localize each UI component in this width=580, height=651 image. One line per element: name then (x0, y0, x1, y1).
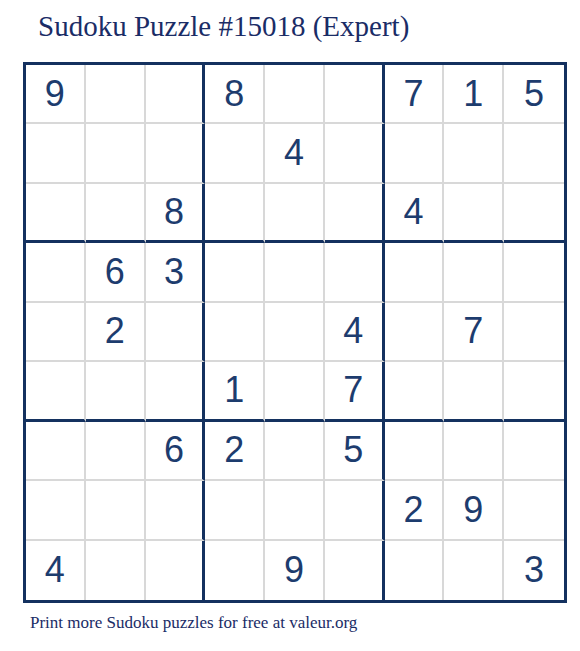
cell-r4c4 (205, 243, 265, 302)
cell-r5c9 (504, 303, 564, 362)
cell-r5c3 (146, 303, 206, 362)
cell-r9c2 (86, 541, 146, 600)
cell-r4c3: 3 (146, 243, 206, 302)
cell-r2c5: 4 (265, 124, 325, 183)
cell-r2c6 (325, 124, 385, 183)
cell-r5c5 (265, 303, 325, 362)
cell-r9c7 (385, 541, 445, 600)
cell-r2c3 (146, 124, 206, 183)
sudoku-board: 98715484632471762529493 (23, 62, 567, 603)
cell-r8c3 (146, 481, 206, 540)
cell-r1c4: 8 (205, 65, 265, 124)
cell-r1c5 (265, 65, 325, 124)
cell-r5c2: 2 (86, 303, 146, 362)
sudoku-page: Sudoku Puzzle #15018 (Expert) 9871548463… (0, 0, 580, 651)
cell-r9c4 (205, 541, 265, 600)
cell-r4c5 (265, 243, 325, 302)
cell-r5c4 (205, 303, 265, 362)
cell-r9c9: 3 (504, 541, 564, 600)
cell-r5c6: 4 (325, 303, 385, 362)
cell-r8c6 (325, 481, 385, 540)
cell-r1c3 (146, 65, 206, 124)
cell-r7c8 (444, 422, 504, 481)
cell-r7c3: 6 (146, 422, 206, 481)
cell-r7c2 (86, 422, 146, 481)
cell-r1c8: 1 (444, 65, 504, 124)
cell-r7c4: 2 (205, 422, 265, 481)
cell-r3c5 (265, 184, 325, 243)
cell-r1c2 (86, 65, 146, 124)
cell-r6c9 (504, 362, 564, 421)
cell-r9c6 (325, 541, 385, 600)
page-title: Sudoku Puzzle #15018 (Expert) (38, 10, 409, 43)
cell-r2c7 (385, 124, 445, 183)
cell-r3c1 (26, 184, 86, 243)
cell-r8c4 (205, 481, 265, 540)
cell-r3c9 (504, 184, 564, 243)
cell-r7c6: 5 (325, 422, 385, 481)
cell-r2c2 (86, 124, 146, 183)
cell-r8c8: 9 (444, 481, 504, 540)
cell-r1c6 (325, 65, 385, 124)
cell-r2c4 (205, 124, 265, 183)
cell-r7c5 (265, 422, 325, 481)
cell-r1c9: 5 (504, 65, 564, 124)
cell-r9c5: 9 (265, 541, 325, 600)
cell-r1c7: 7 (385, 65, 445, 124)
cell-r4c6 (325, 243, 385, 302)
cell-r7c7 (385, 422, 445, 481)
cell-r5c7 (385, 303, 445, 362)
cell-r6c6: 7 (325, 362, 385, 421)
cell-r7c1 (26, 422, 86, 481)
cell-r4c8 (444, 243, 504, 302)
cell-r6c5 (265, 362, 325, 421)
cell-r3c4 (205, 184, 265, 243)
cell-r7c9 (504, 422, 564, 481)
cell-r9c3 (146, 541, 206, 600)
cell-r8c7: 2 (385, 481, 445, 540)
cell-r3c7: 4 (385, 184, 445, 243)
cell-r3c8 (444, 184, 504, 243)
cell-r6c2 (86, 362, 146, 421)
footer-text: Print more Sudoku puzzles for free at va… (30, 613, 357, 633)
cell-r9c8 (444, 541, 504, 600)
cell-r5c8: 7 (444, 303, 504, 362)
cell-r8c9 (504, 481, 564, 540)
cell-r6c8 (444, 362, 504, 421)
cell-r6c1 (26, 362, 86, 421)
cell-r8c5 (265, 481, 325, 540)
cell-r6c3 (146, 362, 206, 421)
cell-r6c4: 1 (205, 362, 265, 421)
cell-r8c1 (26, 481, 86, 540)
cell-r2c1 (26, 124, 86, 183)
cell-r2c8 (444, 124, 504, 183)
cell-r4c9 (504, 243, 564, 302)
cell-r2c9 (504, 124, 564, 183)
cell-r3c3: 8 (146, 184, 206, 243)
cell-r4c2: 6 (86, 243, 146, 302)
cell-r1c1: 9 (26, 65, 86, 124)
cell-r9c1: 4 (26, 541, 86, 600)
cell-r6c7 (385, 362, 445, 421)
cell-r5c1 (26, 303, 86, 362)
cell-r3c2 (86, 184, 146, 243)
cell-r4c7 (385, 243, 445, 302)
cell-r3c6 (325, 184, 385, 243)
cell-r4c1 (26, 243, 86, 302)
cell-r8c2 (86, 481, 146, 540)
